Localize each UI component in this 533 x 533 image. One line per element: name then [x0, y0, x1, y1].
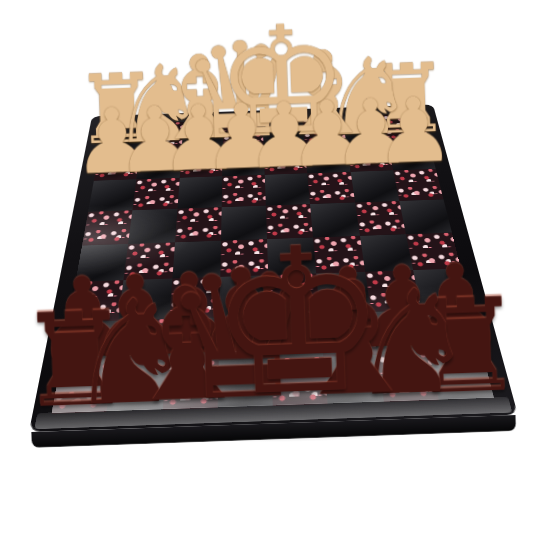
- board-grid: ♜♞♝♛♚♝♞♜♟♟♟♟♟♟♟♟♟♟♟♟♟♟♟♟♜♞♝♛♚♝♞♜: [52, 114, 494, 414]
- black-king[interactable]: ♚: [205, 220, 391, 426]
- board-rotation-wrapper: ♜♞♝♛♚♝♞♜♟♟♟♟♟♟♟♟♟♟♟♟♟♟♟♟♜♞♝♛♚♝♞♜: [59, 31, 475, 447]
- chessboard: ♜♞♝♛♚♝♞♜♟♟♟♟♟♟♟♟♟♟♟♟♟♟♟♟♜♞♝♛♚♝♞♜: [29, 104, 518, 432]
- square-a4[interactable]: [399, 199, 452, 234]
- square-a2[interactable]: ♟: [387, 140, 435, 170]
- chess-photo-scene: ♜♞♝♛♚♝♞♜♟♟♟♟♟♟♟♟♟♟♟♟♟♟♟♟♜♞♝♛♚♝♞♜: [0, 0, 533, 533]
- square-h4[interactable]: [82, 210, 133, 245]
- white-pawn[interactable]: ♟: [372, 85, 455, 177]
- square-d8[interactable]: ♚: [271, 357, 328, 406]
